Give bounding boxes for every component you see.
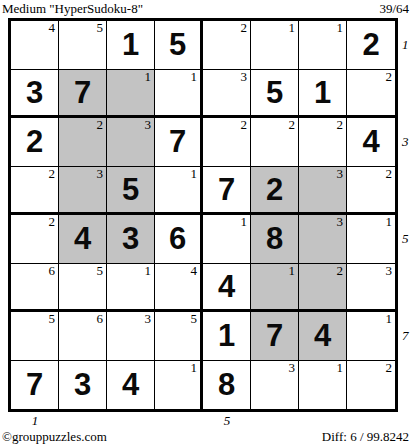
cell-r3c6[interactable]: 2 <box>251 118 299 167</box>
digit: 7 <box>169 126 186 157</box>
digit: 3 <box>74 369 91 400</box>
cell-r2c5[interactable]: 3 <box>203 70 251 119</box>
puzzle-title: Medium "HyperSudoku-8" <box>2 1 143 17</box>
pencil-mark: 2 <box>49 167 56 181</box>
pencil-mark: 2 <box>49 215 56 229</box>
digit: 7 <box>218 174 235 205</box>
pencil-mark: 2 <box>241 118 248 132</box>
cell-r1c7[interactable]: 1 <box>299 21 347 70</box>
digit: 5 <box>122 174 139 205</box>
cells-remaining-counter: 39/64 <box>379 1 409 17</box>
cell-r6c7[interactable]: 2 <box>299 264 347 313</box>
pencil-mark: 4 <box>49 21 56 35</box>
cell-r6c8[interactable]: 3 <box>347 264 395 313</box>
cell-r7c6[interactable]: 7 <box>251 312 299 361</box>
pencil-mark: 3 <box>289 361 296 375</box>
cell-r7c3[interactable]: 3 <box>107 312 155 361</box>
pencil-mark: 5 <box>97 21 104 35</box>
digit: 4 <box>362 126 379 157</box>
cell-r3c7[interactable]: 2 <box>299 118 347 167</box>
cell-r6c4[interactable]: 4 <box>155 264 203 313</box>
pencil-mark: 1 <box>386 215 393 229</box>
digit: 7 <box>26 369 43 400</box>
pencil-mark: 1 <box>337 361 344 375</box>
cell-r8c4[interactable]: 1 <box>155 361 203 410</box>
pencil-mark: 1 <box>191 361 198 375</box>
cell-r2c8[interactable]: 2 <box>347 70 395 119</box>
cell-r7c1[interactable]: 5 <box>11 312 59 361</box>
pencil-mark: 6 <box>97 312 104 326</box>
digit: 4 <box>74 223 91 254</box>
cell-r6c3[interactable]: 1 <box>107 264 155 313</box>
pencil-mark: 1 <box>386 312 393 326</box>
hypersudoku-board: 4515211237113512223722242351723224361831… <box>8 18 398 412</box>
cell-r6c1[interactable]: 6 <box>11 264 59 313</box>
cell-r7c4[interactable]: 5 <box>155 312 203 361</box>
cell-r3c8[interactable]: 4 <box>347 118 395 167</box>
pencil-mark: 3 <box>386 264 393 278</box>
digit: 7 <box>266 320 283 351</box>
digit: 1 <box>314 77 331 108</box>
pencil-mark: 1 <box>145 264 152 278</box>
pencil-mark: 3 <box>145 312 152 326</box>
cell-r8c8[interactable]: 2 <box>347 361 395 410</box>
cell-r5c5[interactable]: 1 <box>203 215 251 264</box>
cell-r6c2[interactable]: 5 <box>59 264 107 313</box>
cell-r5c8[interactable]: 1 <box>347 215 395 264</box>
cell-r8c7[interactable]: 1 <box>299 361 347 410</box>
pencil-mark: 1 <box>337 21 344 35</box>
pencil-mark: 3 <box>337 215 344 229</box>
pencil-mark: 2 <box>97 118 104 132</box>
pencil-mark: 4 <box>191 264 198 278</box>
difficulty-text: Diff: 6 / 99.8242 <box>322 429 409 445</box>
pencil-mark: 2 <box>337 118 344 132</box>
digit: 1 <box>218 320 235 351</box>
pencil-mark: 2 <box>386 361 393 375</box>
cell-r6c6[interactable]: 1 <box>251 264 299 313</box>
cell-r4c6[interactable]: 2 <box>251 167 299 216</box>
col-label-5: 5 <box>217 413 237 429</box>
cell-r4c1[interactable]: 2 <box>11 167 59 216</box>
puzzle-page: Medium "HyperSudoku-8" 39/64 45152112371… <box>0 0 412 447</box>
cell-r2c4[interactable]: 1 <box>155 70 203 119</box>
pencil-mark: 2 <box>289 118 296 132</box>
cell-r2c1[interactable]: 3 <box>11 70 59 119</box>
pencil-mark: 2 <box>386 167 393 181</box>
site-credit: ©grouppuzzles.com <box>2 429 107 445</box>
pencil-mark: 3 <box>337 167 344 181</box>
cell-r6c5[interactable]: 4 <box>203 264 251 313</box>
digit: 4 <box>122 369 139 400</box>
cell-r4c2[interactable]: 3 <box>59 167 107 216</box>
cell-r7c8[interactable]: 1 <box>347 312 395 361</box>
cell-r2c3[interactable]: 1 <box>107 70 155 119</box>
cell-r5c1[interactable]: 2 <box>11 215 59 264</box>
pencil-mark: 3 <box>97 167 104 181</box>
pencil-mark: 2 <box>386 70 393 84</box>
row-label-7: 7 <box>402 328 412 344</box>
pencil-mark: 5 <box>97 264 104 278</box>
cell-r4c7[interactable]: 3 <box>299 167 347 216</box>
row-label-3: 3 <box>402 134 412 150</box>
cell-r1c8[interactable]: 2 <box>347 21 395 70</box>
digit: 2 <box>362 29 379 60</box>
cell-r8c3[interactable]: 4 <box>107 361 155 410</box>
pencil-mark: 2 <box>241 21 248 35</box>
digit: 5 <box>266 77 283 108</box>
row-label-1: 1 <box>402 37 412 53</box>
cell-r1c4[interactable]: 5 <box>155 21 203 70</box>
pencil-mark: 1 <box>191 167 198 181</box>
cell-r5c3[interactable]: 3 <box>107 215 155 264</box>
digit: 4 <box>218 271 235 302</box>
cell-r7c5[interactable]: 1 <box>203 312 251 361</box>
cell-r2c6[interactable]: 5 <box>251 70 299 119</box>
cell-r7c7[interactable]: 4 <box>299 312 347 361</box>
cell-r1c3[interactable]: 1 <box>107 21 155 70</box>
cell-r3c4[interactable]: 7 <box>155 118 203 167</box>
digit: 3 <box>122 223 139 254</box>
col-label-1: 1 <box>25 413 45 429</box>
cell-r8c2[interactable]: 3 <box>59 361 107 410</box>
pencil-mark: 1 <box>191 70 198 84</box>
cell-r1c2[interactable]: 5 <box>59 21 107 70</box>
pencil-mark: 1 <box>241 215 248 229</box>
pencil-mark: 5 <box>49 312 56 326</box>
cell-r1c6[interactable]: 1 <box>251 21 299 70</box>
pencil-mark: 1 <box>145 70 152 84</box>
digit: 8 <box>266 223 283 254</box>
digit: 8 <box>218 369 235 400</box>
cell-r8c5[interactable]: 8 <box>203 361 251 410</box>
cell-r1c5[interactable]: 2 <box>203 21 251 70</box>
cell-r8c6[interactable]: 3 <box>251 361 299 410</box>
cell-r5c4[interactable]: 6 <box>155 215 203 264</box>
pencil-mark: 5 <box>191 312 198 326</box>
cell-r3c1[interactable]: 2 <box>11 118 59 167</box>
cell-r3c3[interactable]: 3 <box>107 118 155 167</box>
cell-r8c1[interactable]: 7 <box>11 361 59 410</box>
cell-r7c2[interactable]: 6 <box>59 312 107 361</box>
cell-r4c3[interactable]: 5 <box>107 167 155 216</box>
cell-r2c7[interactable]: 1 <box>299 70 347 119</box>
pencil-mark: 1 <box>289 21 296 35</box>
pencil-mark: 2 <box>337 264 344 278</box>
cell-r5c6[interactable]: 8 <box>251 215 299 264</box>
cell-r4c4[interactable]: 1 <box>155 167 203 216</box>
digit: 3 <box>26 77 43 108</box>
pencil-mark: 1 <box>289 264 296 278</box>
cell-r5c7[interactable]: 3 <box>299 215 347 264</box>
cell-r3c2[interactable]: 2 <box>59 118 107 167</box>
cell-r1c1[interactable]: 4 <box>11 21 59 70</box>
digit: 2 <box>266 174 283 205</box>
cell-r2c2[interactable]: 7 <box>59 70 107 119</box>
digit: 4 <box>314 320 331 351</box>
digit: 5 <box>169 29 186 60</box>
pencil-mark: 3 <box>145 118 152 132</box>
row-label-5: 5 <box>402 231 412 247</box>
pencil-mark: 6 <box>49 264 56 278</box>
cell-r3c5[interactable]: 2 <box>203 118 251 167</box>
cell-r5c2[interactable]: 4 <box>59 215 107 264</box>
pencil-mark: 3 <box>241 70 248 84</box>
cell-r4c5[interactable]: 7 <box>203 167 251 216</box>
digit: 6 <box>169 223 186 254</box>
digit: 7 <box>74 77 91 108</box>
cell-r4c8[interactable]: 2 <box>347 167 395 216</box>
digit: 2 <box>26 126 43 157</box>
digit: 1 <box>122 29 139 60</box>
